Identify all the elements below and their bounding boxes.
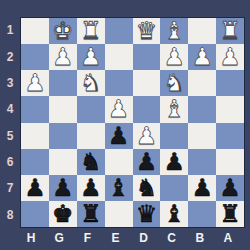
piece-black-bishop-e7[interactable]: ♝︎	[108, 176, 130, 200]
square-b3[interactable]	[188, 70, 216, 96]
square-a5[interactable]	[216, 123, 244, 149]
square-g2[interactable]: ♟︎	[49, 44, 77, 70]
piece-white-pawn-d5[interactable]: ♟︎	[136, 124, 158, 148]
square-g1[interactable]: ♚︎	[49, 18, 77, 44]
file-label-e: E	[101, 229, 129, 247]
square-a4[interactable]	[216, 96, 244, 122]
square-a2[interactable]: ♟︎	[216, 44, 244, 70]
piece-black-pawn-g7[interactable]: ♟︎	[52, 176, 74, 200]
file-label-b: B	[186, 229, 214, 247]
piece-black-pawn-f7[interactable]: ♟︎	[80, 176, 102, 200]
square-e3[interactable]	[105, 70, 133, 96]
rank-label-7: 7	[0, 175, 20, 201]
square-e7[interactable]: ♝︎	[105, 175, 133, 201]
rank-label-8: 8	[0, 202, 20, 228]
square-a6[interactable]	[216, 149, 244, 175]
square-a1[interactable]: ♜︎	[216, 18, 244, 44]
piece-black-rook-a8[interactable]: ♜︎	[219, 202, 241, 226]
square-e1[interactable]	[105, 18, 133, 44]
square-b6[interactable]	[188, 149, 216, 175]
square-g7[interactable]: ♟︎	[49, 175, 77, 201]
piece-white-bishop-c4[interactable]: ♝︎	[164, 97, 186, 121]
square-h2[interactable]	[21, 44, 49, 70]
square-g6[interactable]	[49, 149, 77, 175]
piece-white-knight-f3[interactable]: ♞︎	[80, 71, 102, 95]
square-f7[interactable]: ♟︎	[77, 175, 105, 201]
square-b7[interactable]: ♟︎	[188, 175, 216, 201]
rank-label-4: 4	[0, 96, 20, 122]
file-label-a: A	[214, 229, 242, 247]
square-g4[interactable]	[49, 96, 77, 122]
file-label-g: G	[45, 229, 73, 247]
square-h4[interactable]	[21, 96, 49, 122]
piece-black-knight-f6[interactable]: ♞︎	[80, 150, 102, 174]
rank-label-5: 5	[0, 123, 20, 149]
file-label-f: F	[73, 229, 101, 247]
piece-black-queen-d8[interactable]: ♛︎	[136, 202, 158, 226]
piece-white-pawn-f2[interactable]: ♟︎	[80, 45, 102, 69]
square-a7[interactable]: ♟︎	[216, 175, 244, 201]
square-b5[interactable]	[188, 123, 216, 149]
square-f2[interactable]: ♟︎	[77, 44, 105, 70]
piece-white-pawn-c2[interactable]: ♟︎	[164, 45, 186, 69]
square-e8[interactable]	[105, 201, 133, 227]
piece-black-bishop-c8[interactable]: ♝︎	[164, 202, 186, 226]
file-label-d: D	[130, 229, 158, 247]
piece-black-pawn-d6[interactable]: ♟︎	[136, 150, 158, 174]
square-d3[interactable]	[133, 70, 161, 96]
square-h6[interactable]	[21, 149, 49, 175]
square-d6[interactable]: ♟︎	[133, 149, 161, 175]
square-c1[interactable]: ♝︎	[160, 18, 188, 44]
file-label-c: C	[158, 229, 186, 247]
square-f3[interactable]: ♞︎	[77, 70, 105, 96]
chess-board[interactable]: ♚︎♜︎♛︎♝︎♜︎♟︎♟︎♟︎♟︎♟︎♟︎♞︎♞︎♟︎♝︎♟︎♟︎♞︎♟︎♟︎…	[20, 17, 245, 228]
piece-black-pawn-c6[interactable]: ♟︎	[164, 150, 186, 174]
rank-label-6: 6	[0, 149, 20, 175]
square-h7[interactable]: ♟︎	[21, 175, 49, 201]
piece-black-pawn-h7[interactable]: ♟︎	[24, 176, 46, 200]
piece-white-pawn-h3[interactable]: ♟︎	[24, 71, 46, 95]
square-e6[interactable]	[105, 149, 133, 175]
piece-white-pawn-g2[interactable]: ♟︎	[52, 45, 74, 69]
square-d2[interactable]	[133, 44, 161, 70]
piece-black-king-g8[interactable]: ♚︎	[52, 202, 74, 226]
square-f1[interactable]: ♜︎	[77, 18, 105, 44]
file-labels: HGFEDCBA	[20, 229, 245, 247]
square-c6[interactable]: ♟︎	[160, 149, 188, 175]
rank-label-3: 3	[0, 70, 20, 96]
rank-labels: 12345678	[0, 17, 20, 228]
piece-black-pawn-e5[interactable]: ♟︎	[108, 124, 130, 148]
square-h5[interactable]	[21, 123, 49, 149]
square-a3[interactable]	[216, 70, 244, 96]
square-b4[interactable]	[188, 96, 216, 122]
piece-white-rook-a1[interactable]: ♜︎	[219, 19, 241, 43]
square-f5[interactable]	[77, 123, 105, 149]
piece-black-knight-d7[interactable]: ♞︎	[136, 176, 158, 200]
piece-white-knight-c3[interactable]: ♞︎	[164, 71, 186, 95]
piece-white-king-g1[interactable]: ♚︎	[52, 19, 74, 43]
square-f4[interactable]	[77, 96, 105, 122]
square-c5[interactable]	[160, 123, 188, 149]
square-g5[interactable]	[49, 123, 77, 149]
square-c8[interactable]: ♝︎	[160, 201, 188, 227]
square-f8[interactable]: ♜︎	[77, 201, 105, 227]
square-e5[interactable]: ♟︎	[105, 123, 133, 149]
piece-white-queen-d1[interactable]: ♛︎	[136, 19, 158, 43]
square-b2[interactable]: ♟︎	[188, 44, 216, 70]
square-h8[interactable]	[21, 201, 49, 227]
rank-label-1: 1	[0, 17, 20, 43]
square-c7[interactable]	[160, 175, 188, 201]
piece-white-rook-f1[interactable]: ♜︎	[80, 19, 102, 43]
file-label-h: H	[17, 229, 45, 247]
square-d5[interactable]: ♟︎	[133, 123, 161, 149]
square-b1[interactable]	[188, 18, 216, 44]
piece-black-pawn-b7[interactable]: ♟︎	[191, 176, 213, 200]
square-c3[interactable]: ♞︎	[160, 70, 188, 96]
piece-white-bishop-c1[interactable]: ♝︎	[164, 19, 186, 43]
square-e4[interactable]: ♟︎	[105, 96, 133, 122]
piece-white-pawn-e4[interactable]: ♟︎	[108, 97, 130, 121]
piece-black-pawn-a7[interactable]: ♟︎	[219, 176, 241, 200]
square-b8[interactable]	[188, 201, 216, 227]
square-d1[interactable]: ♛︎	[133, 18, 161, 44]
square-c4[interactable]: ♝︎	[160, 96, 188, 122]
chess-diagram: 12345678 ♚︎♜︎♛︎♝︎♜︎♟︎♟︎♟︎♟︎♟︎♟︎♞︎♞︎♟︎♝︎♟…	[0, 0, 250, 250]
square-d8[interactable]: ♛︎	[133, 201, 161, 227]
square-e2[interactable]	[105, 44, 133, 70]
piece-white-pawn-b2[interactable]: ♟︎	[191, 45, 213, 69]
square-c2[interactable]: ♟︎	[160, 44, 188, 70]
piece-black-rook-f8[interactable]: ♜︎	[80, 202, 102, 226]
square-h1[interactable]	[21, 18, 49, 44]
square-f6[interactable]: ♞︎	[77, 149, 105, 175]
square-g8[interactable]: ♚︎	[49, 201, 77, 227]
rank-label-2: 2	[0, 43, 20, 69]
square-a8[interactable]: ♜︎	[216, 201, 244, 227]
square-h3[interactable]: ♟︎	[21, 70, 49, 96]
square-d7[interactable]: ♞︎	[133, 175, 161, 201]
square-d4[interactable]	[133, 96, 161, 122]
piece-white-pawn-a2[interactable]: ♟︎	[219, 45, 241, 69]
square-g3[interactable]	[49, 70, 77, 96]
